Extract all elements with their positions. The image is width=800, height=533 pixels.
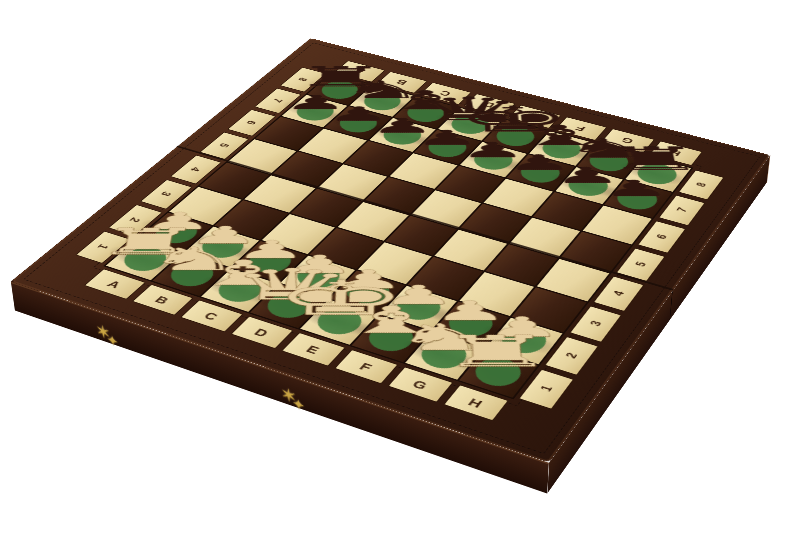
rank-label: 4 (189, 166, 203, 172)
rank-label: 6 (245, 120, 259, 126)
rank-label-plaque: 6 (637, 221, 686, 254)
rank-label: 1 (538, 384, 555, 393)
chess-board: ABCDEFGH ABCDEFGH 87654321 87654321 ✶✦✶✦… (11, 38, 770, 462)
brass-latch: ✶✦ (280, 384, 314, 422)
rank-label: 4 (611, 290, 627, 298)
file-label: A (105, 278, 124, 289)
fold-seam-side (669, 290, 672, 320)
rank-label: 5 (218, 142, 232, 148)
file-label-plaque: B (131, 284, 193, 316)
product-photo: ABCDEFGH ABCDEFGH 87654321 87654321 ✶✦✶✦… (0, 0, 800, 533)
rank-label: 3 (159, 191, 174, 198)
file-label: D (252, 326, 271, 338)
file-label: F (357, 360, 374, 372)
file-label: C (202, 310, 221, 322)
rank-label: 6 (654, 233, 669, 240)
rank-label: 3 (588, 320, 604, 328)
rank-label: 1 (96, 243, 111, 250)
rank-label: 2 (564, 351, 581, 359)
rank-label: 7 (675, 207, 690, 214)
file-label: G (410, 378, 430, 391)
file-label: B (153, 294, 172, 305)
rank-label: 5 (633, 261, 648, 268)
black-pawn-glyph: ♟ (599, 177, 672, 199)
file-label: H (466, 396, 485, 409)
rank-label: 8 (694, 181, 708, 187)
rank-label-plaque: 3 (140, 179, 193, 209)
scene: ABCDEFGH ABCDEFGH 87654321 87654321 ✶✦✶✦… (0, 0, 800, 533)
file-label-plaque: D (230, 316, 294, 349)
file-label: E (304, 343, 322, 355)
latch-star-icon: ✦ (292, 395, 305, 412)
brass-latch: ✶✦ (95, 321, 128, 357)
latch-star-icon: ✦ (106, 332, 118, 349)
